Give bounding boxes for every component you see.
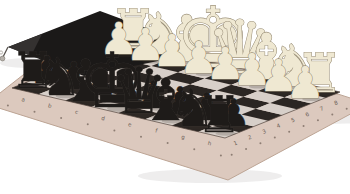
border-dot xyxy=(34,111,36,113)
border-dot xyxy=(7,105,9,107)
border-dot xyxy=(193,148,195,150)
drawstring-cord xyxy=(3,47,8,57)
border-dot xyxy=(140,136,142,138)
border-dot xyxy=(331,113,333,115)
border-dot xyxy=(60,117,62,119)
chess-set-product-photo: abcdefgh12345678♜♟♞♟♝♟♚♟♛♟♝♟♟♞♜♟♟♜♞♟♟♝♟♚… xyxy=(0,0,350,194)
photo-scene: abcdefgh12345678♜♟♞♟♝♟♚♟♛♟♝♟♟♞♜♟♟♜♞♟♟♝♟♚… xyxy=(0,0,350,194)
border-dot xyxy=(113,130,115,132)
border-dot xyxy=(231,154,233,156)
black-rook-h1: ♜ xyxy=(196,86,241,144)
border-dot xyxy=(274,136,276,138)
border-dot xyxy=(346,108,348,110)
border-dot xyxy=(259,142,261,144)
clasp-ring xyxy=(0,51,3,54)
border-dot xyxy=(167,142,169,144)
border-dot xyxy=(245,148,247,150)
border-dot xyxy=(303,125,305,127)
border-dot xyxy=(220,155,222,157)
border-dot xyxy=(317,119,319,121)
border-dot xyxy=(288,131,290,133)
white-pawn-h7: ♟ xyxy=(285,57,324,108)
drawstring-clasp xyxy=(0,56,5,61)
